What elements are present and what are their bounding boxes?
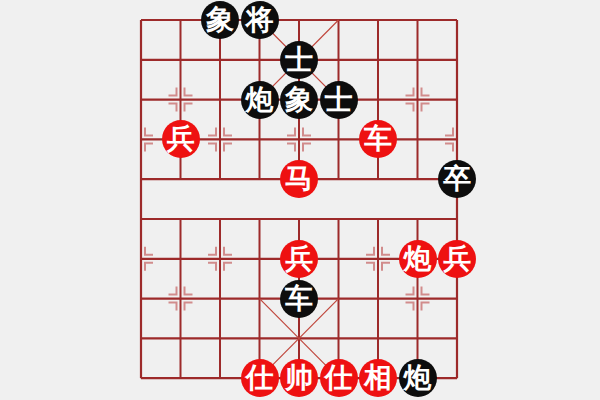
piece-black-elephant[interactable]: 象: [280, 81, 318, 119]
piece-red-general[interactable]: 帅: [280, 359, 318, 397]
piece-black-cannon[interactable]: 炮: [241, 81, 279, 119]
piece-black-chariot[interactable]: 车: [280, 280, 318, 318]
piece-red-soldier[interactable]: 兵: [280, 240, 318, 278]
xiangqi-board[interactable]: 象将士炮象士兵车马卒兵炮兵车仕帅仕相炮: [0, 0, 600, 400]
piece-red-horse[interactable]: 马: [280, 160, 318, 198]
piece-red-advisor[interactable]: 仕: [241, 359, 279, 397]
piece-black-general[interactable]: 将: [241, 1, 279, 39]
piece-black-soldier[interactable]: 卒: [438, 160, 476, 198]
piece-red-soldier[interactable]: 兵: [162, 120, 200, 158]
piece-red-advisor[interactable]: 仕: [320, 359, 358, 397]
piece-black-elephant[interactable]: 象: [201, 1, 239, 39]
piece-red-chariot[interactable]: 车: [359, 120, 397, 158]
piece-red-elephant[interactable]: 相: [359, 359, 397, 397]
pieces-layer: 象将士炮象士兵车马卒兵炮兵车仕帅仕相炮: [0, 0, 600, 400]
piece-black-advisor[interactable]: 士: [320, 81, 358, 119]
piece-red-cannon[interactable]: 炮: [399, 240, 437, 278]
piece-black-advisor[interactable]: 士: [280, 41, 318, 79]
piece-red-soldier[interactable]: 兵: [438, 240, 476, 278]
piece-black-cannon[interactable]: 炮: [399, 359, 437, 397]
